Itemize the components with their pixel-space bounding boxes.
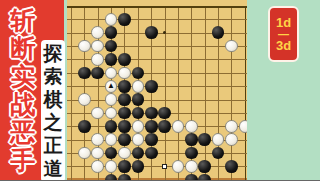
white-stone: [105, 133, 118, 146]
black-stone: [198, 133, 211, 146]
white-stone: [172, 160, 185, 173]
rank-range-badge: 1d — 3d: [268, 6, 299, 62]
go-board: ▲: [67, 0, 247, 180]
black-stone: [105, 26, 118, 39]
banner-character: 索: [44, 65, 63, 88]
black-stone: [105, 40, 118, 53]
black-stone: [78, 120, 91, 133]
banner-title-line1: 斩断实战恶手: [4, 6, 42, 174]
black-stone: [158, 120, 171, 133]
white-stone: [185, 160, 198, 173]
white-stone: [78, 93, 91, 106]
board-grid-line-horizontal: [67, 6, 247, 8]
white-stone: [132, 120, 145, 133]
white-stone: [185, 120, 198, 133]
banner-character: 道: [44, 157, 63, 180]
black-stone: [145, 147, 158, 160]
rank-to: 3d: [276, 39, 291, 52]
banner-character: 恶: [11, 118, 36, 146]
white-stone: [239, 120, 248, 133]
white-stone: [105, 107, 118, 120]
banner-character: 手: [11, 146, 36, 174]
black-stone: [91, 67, 104, 80]
white-stone: [91, 133, 104, 146]
white-stone: [132, 80, 145, 93]
black-stone: [145, 80, 158, 93]
white-stone: [225, 120, 238, 133]
white-stone: [105, 160, 118, 173]
banner-character: 实: [11, 62, 36, 90]
black-stone: [132, 93, 145, 106]
white-stone: [78, 147, 91, 160]
white-stone: [212, 133, 225, 146]
white-stone: [91, 160, 104, 173]
white-stone: [78, 40, 91, 53]
black-stone: [105, 120, 118, 133]
black-stone: [118, 107, 131, 120]
black-stone: [118, 13, 131, 26]
black-stone: [185, 147, 198, 160]
white-stone: [105, 93, 118, 106]
white-stone: [91, 147, 104, 160]
black-stone: [105, 147, 118, 160]
black-stone: [212, 147, 225, 160]
white-stone: [91, 26, 104, 39]
black-stone: [132, 147, 145, 160]
black-stone: [118, 120, 131, 133]
white-stone: [118, 67, 131, 80]
white-stone: [105, 13, 118, 26]
white-stone: [118, 147, 131, 160]
black-stone: [105, 174, 118, 181]
black-stone: [118, 174, 131, 181]
white-stone: [105, 67, 118, 80]
banner-character: 战: [11, 90, 36, 118]
white-stone: [172, 120, 185, 133]
last-move-triangle-mark: ▲: [107, 82, 115, 90]
black-stone: [118, 160, 131, 173]
black-stone: [225, 160, 238, 173]
black-stone: [185, 133, 198, 146]
banner-character: 斩: [11, 6, 36, 34]
black-stone: [185, 174, 198, 181]
white-stone: [225, 133, 238, 146]
black-stone: [105, 53, 118, 66]
banner-title-line2: 探索棋之正道: [41, 40, 65, 180]
black-stone: [132, 67, 145, 80]
black-stone: [132, 107, 145, 120]
black-stone: [158, 107, 171, 120]
banner-character: 断: [11, 34, 36, 62]
move-label-square: [162, 164, 167, 169]
black-stone: [198, 174, 211, 181]
board-grid-line-horizontal: [67, 100, 247, 101]
white-stone: [91, 107, 104, 120]
white-stone: [132, 133, 145, 146]
black-stone: [145, 133, 158, 146]
banner-character: 正: [44, 134, 63, 157]
banner-character: 之: [44, 111, 63, 134]
banner-character: 探: [44, 42, 63, 65]
board-grid-line-horizontal: [67, 19, 247, 20]
white-stone: [91, 53, 104, 66]
black-stone: [145, 26, 158, 39]
star-point: [163, 31, 166, 34]
black-stone: [118, 93, 131, 106]
black-stone: [132, 160, 145, 173]
black-stone: [145, 120, 158, 133]
black-stone: [118, 80, 131, 93]
thumbnail-screen: 斩断实战恶手 探索棋之正道 ▲ 1d — 3d: [0, 0, 320, 180]
banner-character: 棋: [44, 88, 63, 111]
black-stone: [118, 53, 131, 66]
white-stone: [91, 40, 104, 53]
black-stone: [212, 26, 225, 39]
black-stone: [198, 160, 211, 173]
black-stone: [78, 67, 91, 80]
white-stone: [225, 40, 238, 53]
black-stone: [145, 107, 158, 120]
black-stone: [118, 133, 131, 146]
